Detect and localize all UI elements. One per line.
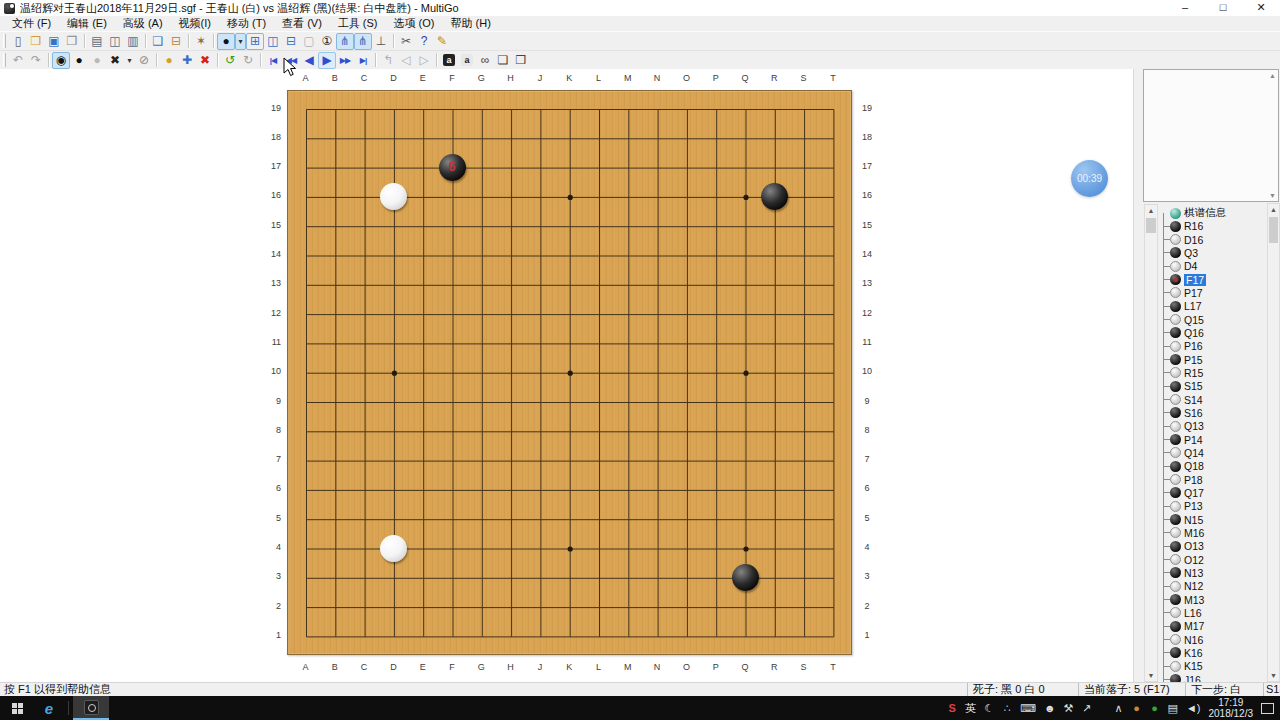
coord-left-label: 9 xyxy=(259,396,281,406)
coord-left-label: 7 xyxy=(259,454,281,464)
show-move-number-button[interactable]: ● xyxy=(217,33,235,50)
white-stone-icon xyxy=(1170,474,1181,485)
coord-left-label: 5 xyxy=(259,513,281,523)
tree-node-s15[interactable]: S15 xyxy=(1158,379,1267,393)
tree-node-label: O12 xyxy=(1184,554,1204,566)
tree-connector xyxy=(1163,599,1170,600)
sogou-icon[interactable]: S xyxy=(947,702,957,714)
coord-top-label: K xyxy=(559,73,579,83)
tree-node-k16[interactable]: K16 xyxy=(1158,646,1267,660)
new-file-button[interactable]: ▯ xyxy=(9,33,27,50)
multigo-window: 温绍辉对王春山2018年11月29日.sgf - 王春山 (白) vs 温绍辉 … xyxy=(0,0,1280,720)
coord-bottom-label: D xyxy=(383,662,403,672)
white-stone-icon xyxy=(1170,261,1181,272)
board-grid xyxy=(288,91,853,656)
tray-overflow-chevron-icon[interactable]: ∧ xyxy=(1114,702,1124,715)
tree-connector xyxy=(1163,306,1170,307)
paste-button[interactable]: ⊟ xyxy=(167,33,185,50)
tree-node-label: S16 xyxy=(1184,407,1203,419)
tree-node-k15[interactable]: K15 xyxy=(1158,659,1267,673)
menu-item-0[interactable]: 文件 (F) xyxy=(4,16,59,31)
action-center-icon[interactable] xyxy=(1261,703,1274,714)
tree-pane-toggle-left-button[interactable]: ⋔ xyxy=(336,33,354,50)
white-stone-icon xyxy=(1170,394,1181,405)
tree-connector xyxy=(1163,292,1170,293)
coord-left-label: 10 xyxy=(259,366,281,376)
rotate-ccw-button[interactable]: ↺ xyxy=(221,52,239,69)
coord-bottom-label: F xyxy=(442,662,462,672)
coord-right-label: 10 xyxy=(856,366,878,376)
coord-right-label: 9 xyxy=(856,396,878,406)
menu-bar: 文件 (F)编辑 (E)高级 (A)视频(I)移动 (T)查看 (V)工具 (S… xyxy=(0,16,1280,31)
white-stone-icon xyxy=(1170,634,1181,645)
coord-right-label: 16 xyxy=(856,190,878,200)
print-preview-button[interactable]: ◫ xyxy=(106,33,124,50)
menu-item-5[interactable]: 查看 (V) xyxy=(274,16,330,31)
tree-node-n15[interactable]: N15 xyxy=(1158,513,1267,527)
stone-black-q3[interactable] xyxy=(732,564,759,591)
coord-bottom-label: T xyxy=(823,662,843,672)
go-board[interactable] xyxy=(287,90,852,655)
tree-connector xyxy=(1163,372,1170,373)
white-stone-icon xyxy=(1170,607,1181,618)
tree-connector xyxy=(1163,572,1170,573)
tree-connector xyxy=(1163,359,1170,360)
black-stone-icon xyxy=(1170,221,1181,232)
board-canvas: AA1919BB1818CC1717DD1616EE1515FF1414GG13… xyxy=(0,69,1134,682)
white-stone-icon xyxy=(1170,581,1181,592)
coord-left-label: 2 xyxy=(259,601,281,611)
tree-node-n13[interactable]: N13 xyxy=(1158,566,1267,580)
tree-node-j16[interactable]: J16 xyxy=(1158,673,1267,682)
tree-connector xyxy=(1163,452,1170,453)
tree-node-m16[interactable]: M16 xyxy=(1158,526,1267,540)
toolbar-separator xyxy=(48,53,49,67)
black-stone-icon xyxy=(1170,274,1181,285)
layout-split-vertical-button[interactable]: ◫ xyxy=(264,33,282,50)
coord-right-label: 12 xyxy=(856,308,878,318)
comment-scroll-down-icon[interactable]: ▼ xyxy=(1269,192,1276,199)
coord-left-label: 3 xyxy=(259,571,281,581)
stone-white-d16[interactable] xyxy=(380,183,407,210)
tree-node-label: M13 xyxy=(1184,594,1204,606)
coord-left-label: 4 xyxy=(259,542,281,552)
tree-connector xyxy=(1163,612,1170,613)
print-button[interactable]: ▤ xyxy=(88,33,106,50)
delete-node-button[interactable]: ✖ xyxy=(196,52,214,69)
scroll-up-icon[interactable]: ▲ xyxy=(1145,207,1157,214)
user-icon[interactable]: ☻ xyxy=(1044,702,1056,714)
tree-node-p18[interactable]: P18 xyxy=(1158,473,1267,487)
find-white-button[interactable]: ❒ xyxy=(512,52,530,69)
tree-node-label: Q18 xyxy=(1184,460,1204,472)
tree-node-o13[interactable]: O13 xyxy=(1158,539,1267,553)
tree-node-label: F17 xyxy=(1184,274,1206,286)
layout-split-horizontal-button[interactable]: ⊟ xyxy=(282,33,300,50)
tree-connector xyxy=(1163,532,1170,533)
status-current-move: 当前落子: 5 (F17) xyxy=(1078,683,1185,696)
menu-item-6[interactable]: 工具 (S) xyxy=(330,16,386,31)
tree-node-p13[interactable]: P13 xyxy=(1158,499,1267,513)
tree-node-q18[interactable]: Q18 xyxy=(1158,459,1267,473)
coord-right-label: 15 xyxy=(856,220,878,230)
coord-bottom-label: S xyxy=(794,662,814,672)
scroll-thumb[interactable] xyxy=(1269,217,1278,243)
star-point xyxy=(743,546,748,551)
tree-node-label: Q3 xyxy=(1184,247,1198,259)
taskbar-clock[interactable]: 17:192018/12/3 xyxy=(1209,697,1254,719)
menu-item-8[interactable]: 帮助 (H) xyxy=(443,16,499,31)
coord-right-label: 7 xyxy=(856,454,878,464)
toolbar-navigation: ↶↷◉●●✖▾⊘●✚✖↺↻|◀◀◀◀▶▶▶▶|↰◁▷aa∞❏❒ xyxy=(0,50,1280,69)
black-stone-icon xyxy=(1170,647,1181,658)
coord-left-label: 14 xyxy=(259,249,281,259)
tree-left-scrollbar[interactable]: ▲ ▼ xyxy=(1144,204,1158,682)
tree-node-l17[interactable]: L17 xyxy=(1158,299,1267,313)
coord-bottom-label: G xyxy=(471,662,491,672)
tree-connector xyxy=(1163,586,1170,587)
tree-connector xyxy=(1163,559,1170,560)
tree-node-label: K16 xyxy=(1184,647,1203,659)
toolbar-separator xyxy=(84,34,85,48)
tree-node-label: R15 xyxy=(1184,367,1203,379)
coord-bottom-label: A xyxy=(296,662,316,672)
tree-node-d4[interactable]: D4 xyxy=(1158,259,1267,273)
tree-node-label: M16 xyxy=(1184,527,1204,539)
edit-board-button[interactable]: ● xyxy=(160,52,178,69)
share-icon[interactable]: ↗ xyxy=(1082,702,1092,715)
coord-right-label: 18 xyxy=(856,132,878,142)
taskbar-separator xyxy=(68,701,69,715)
scroll-down-icon[interactable]: ▼ xyxy=(1145,672,1157,679)
toolbar-separator xyxy=(260,53,261,67)
tree-connector xyxy=(1163,213,1170,214)
tray-app-brown-icon[interactable]: ● xyxy=(1132,702,1142,714)
move-tree[interactable]: 棋谱信息R16D16Q3D4F17P17L17Q15Q16P16P15R15S1… xyxy=(1158,203,1267,682)
comment-panel[interactable]: ▲ ▼ xyxy=(1143,69,1279,202)
menu-item-1[interactable]: 编辑 (E) xyxy=(59,16,115,31)
white-stone-icon xyxy=(1170,341,1181,352)
toolbar-standard: ▯❒▣❐▤◫▥❑⊟✶●▾⊞◫⊟▢①⋔⋔⊥✂?✎ xyxy=(0,31,1280,50)
tree-node-label: D16 xyxy=(1184,234,1203,246)
coord-left-label: 1 xyxy=(259,630,281,640)
black-stone-icon xyxy=(1170,567,1181,578)
toolbar-separator xyxy=(188,34,189,48)
context-help-button[interactable]: ? xyxy=(415,33,433,50)
internet-explorer-icon[interactable]: e xyxy=(34,700,64,717)
tree-node-label: P14 xyxy=(1184,434,1203,446)
tree-node-d16[interactable]: D16 xyxy=(1158,233,1267,247)
tree-connector xyxy=(1163,506,1170,507)
find-black-button[interactable]: ❏ xyxy=(494,52,512,69)
status-hover-coordinate: S18 xyxy=(1263,683,1280,696)
tree-node-label: 棋谱信息 xyxy=(1184,206,1226,220)
coord-top-label: L xyxy=(589,73,609,83)
scroll-thumb[interactable] xyxy=(1146,218,1156,233)
tree-node-p16[interactable]: P16 xyxy=(1158,339,1267,353)
mark-dropdown-button[interactable]: ▾ xyxy=(124,52,135,69)
coord-left-label: 19 xyxy=(259,103,281,113)
tree-connector xyxy=(1163,319,1170,320)
add-black-stone-button[interactable]: ● xyxy=(70,52,88,69)
tree-node-label: N13 xyxy=(1184,567,1203,579)
tree-layout-button[interactable]: ⊥ xyxy=(372,33,390,50)
tree-node-label: N16 xyxy=(1184,634,1203,646)
white-stone-icon xyxy=(1170,527,1181,538)
tree-connector xyxy=(1163,679,1170,680)
nav-back-fast-button[interactable]: ◀◀ xyxy=(282,52,300,69)
tree-node-p17[interactable]: P17 xyxy=(1158,286,1267,300)
tree-node-q14[interactable]: Q14 xyxy=(1158,446,1267,460)
nav-forward-fast-button[interactable]: ▶▶ xyxy=(336,52,354,69)
black-stone-icon xyxy=(1170,301,1181,312)
page-setup-button[interactable]: ▥ xyxy=(124,33,142,50)
maximize-button[interactable]: □ xyxy=(1204,0,1242,16)
tree-connector xyxy=(1163,546,1170,547)
tools-button[interactable]: ✂ xyxy=(397,33,415,50)
star-point xyxy=(568,195,573,200)
scroll-down-icon[interactable]: ▼ xyxy=(1268,672,1279,679)
coord-top-label: J xyxy=(530,73,550,83)
star-point xyxy=(392,371,397,376)
menu-item-3[interactable]: 视频(I) xyxy=(171,16,219,31)
coord-bottom-label: M xyxy=(618,662,638,672)
coord-bottom-label: Q xyxy=(735,662,755,672)
tree-connector xyxy=(1163,266,1170,267)
open-file-button[interactable]: ❒ xyxy=(27,33,45,50)
volume-icon[interactable]: ◄) xyxy=(1186,702,1201,714)
find-button[interactable]: ∞ xyxy=(476,52,494,69)
tree-node-l16[interactable]: L16 xyxy=(1158,606,1267,620)
toolbar-grip[interactable] xyxy=(3,53,6,67)
tree-node-game-info[interactable]: 棋谱信息 xyxy=(1158,206,1267,220)
nav-first-button[interactable]: |◀ xyxy=(264,52,282,69)
redo-button: ↷ xyxy=(27,52,45,69)
keyboard-icon[interactable]: ⌨ xyxy=(1020,702,1036,715)
toolbar-separator xyxy=(393,34,394,48)
coord-left-label: 6 xyxy=(259,483,281,493)
black-stone-icon xyxy=(1170,247,1181,258)
ethernet-icon[interactable]: ▤ xyxy=(1168,702,1178,715)
menu-item-7[interactable]: 选项 (O) xyxy=(386,16,443,31)
coord-right-label: 1 xyxy=(856,630,878,640)
menu-item-4[interactable]: 移动 (T) xyxy=(219,16,274,31)
coord-left-label: 12 xyxy=(259,308,281,318)
coord-right-label: 4 xyxy=(856,542,878,552)
tree-node-q15[interactable]: Q15 xyxy=(1158,313,1267,327)
coord-left-label: 11 xyxy=(259,337,281,347)
toolbar-separator xyxy=(213,34,214,48)
tree-node-n16[interactable]: N16 xyxy=(1158,633,1267,647)
mark-x-button[interactable]: ✖ xyxy=(106,52,124,69)
tree-node-q13[interactable]: Q13 xyxy=(1158,419,1267,433)
coord-right-label: 11 xyxy=(856,337,878,347)
coord-bottom-label: L xyxy=(589,662,609,672)
tree-node-p15[interactable]: P15 xyxy=(1158,353,1267,367)
variation-prev-button: ◁ xyxy=(397,52,415,69)
tree-node-s14[interactable]: S14 xyxy=(1158,393,1267,407)
tray-app-green-icon[interactable]: ● xyxy=(1150,702,1160,714)
tree-node-n12[interactable]: N12 xyxy=(1158,579,1267,593)
white-stone-icon xyxy=(1170,554,1181,565)
nav-forward-button[interactable]: ▶ xyxy=(318,52,336,69)
window-title: 温绍辉对王春山2018年11月29日.sgf - 王春山 (白) vs 温绍辉 … xyxy=(20,1,459,16)
star-point xyxy=(743,195,748,200)
coord-top-label: C xyxy=(354,73,374,83)
tree-connector xyxy=(1163,399,1170,400)
toolbar-separator xyxy=(217,53,218,67)
tree-node-q16[interactable]: Q16 xyxy=(1158,326,1267,340)
tree-right-scrollbar[interactable]: ▲ ▼ xyxy=(1267,203,1280,682)
coord-bottom-label: P xyxy=(706,662,726,672)
tree-node-label: S15 xyxy=(1184,380,1203,392)
coord-bottom-label: C xyxy=(354,662,374,672)
taskbar: e S英☾∴⌨☻⚒↗∧●●▤◄)17:192018/12/3 xyxy=(0,696,1280,720)
black-stone-icon xyxy=(1170,381,1181,392)
wrench-icon[interactable]: ⚒ xyxy=(1064,702,1074,715)
tree-node-q17[interactable]: Q17 xyxy=(1158,486,1267,500)
tree-connector xyxy=(1163,666,1170,667)
clock-time: 17:19 xyxy=(1218,697,1243,708)
show-first-move-button[interactable]: ① xyxy=(318,33,336,50)
coord-right-label: 19 xyxy=(856,103,878,113)
tree-node-label: Q14 xyxy=(1184,447,1204,459)
tree-node-label: K15 xyxy=(1184,660,1203,672)
tree-node-o12[interactable]: O12 xyxy=(1158,553,1267,567)
tree-connector xyxy=(1163,412,1170,413)
coord-top-label: A xyxy=(296,73,316,83)
ime-lang-indicator[interactable]: 英 xyxy=(965,701,976,716)
menu-item-2[interactable]: 高级 (A) xyxy=(115,16,171,31)
tree-node-m13[interactable]: M13 xyxy=(1158,593,1267,607)
black-stone-icon xyxy=(1170,327,1181,338)
export-file-button[interactable]: ❐ xyxy=(63,33,81,50)
game-info-icon xyxy=(1170,208,1181,219)
stone-black-r16[interactable] xyxy=(761,183,788,210)
tree-node-label: P13 xyxy=(1184,500,1203,512)
tree-connector xyxy=(1163,252,1170,253)
stone-black-f17[interactable]: 5 xyxy=(439,154,466,181)
coord-bottom-label: K xyxy=(559,662,579,672)
coord-left-label: 13 xyxy=(259,278,281,288)
save-file-button[interactable]: ▣ xyxy=(45,33,63,50)
active-app-button[interactable] xyxy=(73,696,109,720)
tree-node-label: Q17 xyxy=(1184,487,1204,499)
coord-top-label: N xyxy=(647,73,667,83)
move-number-dropdown-button[interactable]: ▾ xyxy=(235,33,246,50)
coord-left-label: 18 xyxy=(259,132,281,142)
title-bar: 温绍辉对王春山2018年11月29日.sgf - 王春山 (白) vs 温绍辉 … xyxy=(0,0,1280,16)
coord-top-label: H xyxy=(501,73,521,83)
status-next-player: 下一步: 白 xyxy=(1185,683,1263,696)
tree-connector xyxy=(1163,479,1170,480)
coord-top-label: B xyxy=(325,73,345,83)
coord-right-label: 8 xyxy=(856,425,878,435)
nav-back-button[interactable]: ◀ xyxy=(300,52,318,69)
star-point xyxy=(743,371,748,376)
black-stone-icon xyxy=(1170,434,1181,445)
coord-right-label: 13 xyxy=(856,278,878,288)
label-black-button[interactable]: a xyxy=(440,52,458,69)
white-stone-icon xyxy=(1170,367,1181,378)
tree-node-label: N12 xyxy=(1184,580,1203,592)
coord-left-label: 15 xyxy=(259,220,281,230)
toolbar-grip[interactable] xyxy=(3,34,6,48)
black-stone-icon xyxy=(1170,487,1181,498)
variation-up-button: ↰ xyxy=(379,52,397,69)
minimize-button[interactable]: – xyxy=(1166,0,1204,16)
comment-scroll-up-icon[interactable]: ▲ xyxy=(1269,72,1276,79)
coord-top-label: S xyxy=(794,73,814,83)
properties-button[interactable]: ✶ xyxy=(192,33,210,50)
tree-node-label: P17 xyxy=(1184,287,1203,299)
nav-last-button[interactable]: ▶| xyxy=(354,52,372,69)
coord-bottom-label: O xyxy=(676,662,696,672)
coord-top-label: E xyxy=(413,73,433,83)
recording-timer-overlay: 00:39 xyxy=(1071,160,1108,197)
dots-icon[interactable]: ∴ xyxy=(1002,702,1012,715)
tree-node-s16[interactable]: S16 xyxy=(1158,406,1267,420)
coord-right-label: 6 xyxy=(856,483,878,493)
play-move-tool-button[interactable]: ◉ xyxy=(52,52,70,69)
coord-left-label: 16 xyxy=(259,190,281,200)
tree-connector xyxy=(1163,239,1170,240)
moon-icon[interactable]: ☾ xyxy=(984,702,994,715)
white-stone-icon xyxy=(1170,421,1181,432)
eraser-button[interactable]: ⊘ xyxy=(135,52,153,69)
coord-top-label: D xyxy=(383,73,403,83)
layout-board-only-button[interactable]: ⊞ xyxy=(246,33,264,50)
close-button[interactable]: ✕ xyxy=(1242,0,1280,16)
start-button[interactable] xyxy=(0,696,34,720)
tree-pane-toggle-right-button[interactable]: ⋔ xyxy=(354,33,372,50)
black-stone-icon xyxy=(1170,674,1181,682)
move-number-label: 5 xyxy=(449,160,456,174)
insert-variation-button[interactable]: ✚ xyxy=(178,52,196,69)
black-stone-icon xyxy=(1170,354,1181,365)
white-stone-icon xyxy=(1170,314,1181,325)
clock-date: 2018/12/3 xyxy=(1209,708,1254,719)
tree-node-r15[interactable]: R15 xyxy=(1158,366,1267,380)
tree-node-f17[interactable]: F17 xyxy=(1158,273,1267,287)
add-white-stone-button[interactable]: ● xyxy=(88,52,106,69)
stone-white-d4[interactable] xyxy=(380,535,407,562)
star-point xyxy=(568,371,573,376)
coord-top-label: O xyxy=(676,73,696,83)
toolbar-separator xyxy=(436,53,437,67)
scroll-up-icon[interactable]: ▲ xyxy=(1268,206,1279,213)
tree-node-r16[interactable]: R16 xyxy=(1158,219,1267,233)
black-stone-icon xyxy=(1170,407,1181,418)
coord-right-label: 5 xyxy=(856,513,878,523)
label-white-button[interactable]: a xyxy=(458,52,476,69)
tree-node-m17[interactable]: M17 xyxy=(1158,619,1267,633)
coord-right-label: 17 xyxy=(856,161,878,171)
black-stone-icon xyxy=(1170,461,1181,472)
tree-node-label: L16 xyxy=(1184,607,1202,619)
tree-connector xyxy=(1163,426,1170,427)
brush-button[interactable]: ✎ xyxy=(433,33,451,50)
coord-bottom-label: R xyxy=(764,662,784,672)
tree-node-label: M17 xyxy=(1184,620,1204,632)
tree-node-label: P18 xyxy=(1184,474,1203,486)
tree-connector xyxy=(1163,279,1170,280)
tree-node-q3[interactable]: Q3 xyxy=(1158,246,1267,260)
tree-node-label: Q16 xyxy=(1184,327,1204,339)
coord-top-label: T xyxy=(823,73,843,83)
copy-button[interactable]: ❑ xyxy=(149,33,167,50)
tree-node-p14[interactable]: P14 xyxy=(1158,433,1267,447)
